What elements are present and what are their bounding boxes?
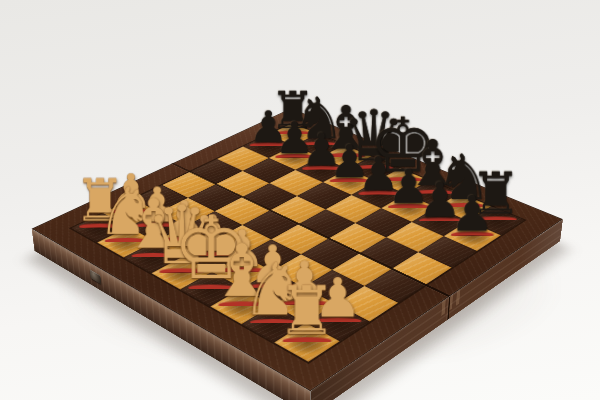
chess-board: ♜♞♝♛♚♝♞♜♟♟♟♟♟♟♟♟♟♟♟♟♟♟♟♟♜♞♝♛♚♝♞♜: [32, 108, 563, 391]
piece-glyph: ♜: [277, 280, 337, 342]
board-top-frame: ♜♞♝♛♚♝♞♜♟♟♟♟♟♟♟♟♟♟♟♟♟♟♟♟♜♞♝♛♚♝♞♜: [32, 108, 563, 391]
white-rook-h1[interactable]: ♜: [251, 205, 362, 342]
black-pawn-h7[interactable]: ♟: [423, 116, 520, 236]
piece-glyph: ♟: [450, 191, 494, 236]
chessboard-scene: ♜♞♝♛♚♝♞♜♟♟♟♟♟♟♟♟♟♟♟♟♟♟♟♟♜♞♝♛♚♝♞♜: [111, 36, 487, 400]
photo-background: ♜♞♝♛♚♝♞♜♟♟♟♟♟♟♟♟♟♟♟♟♟♟♟♟♜♞♝♛♚♝♞♜: [0, 0, 600, 400]
square-h1[interactable]: ♜: [274, 323, 339, 362]
